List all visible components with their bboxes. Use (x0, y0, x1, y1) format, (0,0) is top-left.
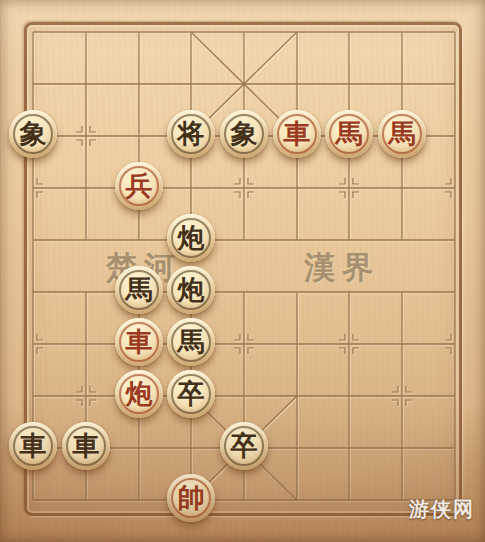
piece-glyph: 象 (9, 110, 57, 158)
piece-glyph: 象 (220, 110, 268, 158)
piece-glyph: 卒 (167, 370, 215, 418)
piece-red-cannon[interactable]: 炮 (115, 370, 163, 418)
piece-black-soldier[interactable]: 卒 (167, 370, 215, 418)
piece-black-elephant[interactable]: 象 (9, 110, 57, 158)
piece-black-horse[interactable]: 馬 (167, 318, 215, 366)
piece-red-general[interactable]: 帥 (167, 474, 215, 522)
piece-red-soldier[interactable]: 兵 (115, 162, 163, 210)
piece-glyph: 馬 (325, 110, 373, 158)
piece-glyph: 車 (9, 422, 57, 470)
piece-glyph: 馬 (167, 318, 215, 366)
piece-glyph: 炮 (167, 214, 215, 262)
piece-glyph: 馬 (378, 110, 426, 158)
piece-glyph: 馬 (115, 266, 163, 314)
piece-glyph: 炮 (167, 266, 215, 314)
piece-glyph: 炮 (115, 370, 163, 418)
piece-glyph: 車 (62, 422, 110, 470)
piece-red-horse[interactable]: 馬 (325, 110, 373, 158)
piece-black-elephant[interactable]: 象 (220, 110, 268, 158)
piece-glyph: 兵 (115, 162, 163, 210)
xiangqi-board-screen: 楚河 漢界 象将象車馬馬兵炮馬炮車馬炮卒車車卒帥 游侠网 (0, 0, 485, 542)
piece-black-chariot[interactable]: 車 (62, 422, 110, 470)
piece-red-chariot[interactable]: 車 (273, 110, 321, 158)
piece-red-horse[interactable]: 馬 (378, 110, 426, 158)
piece-black-cannon[interactable]: 炮 (167, 214, 215, 262)
river-label-han-jie: 漢界 (304, 248, 380, 286)
piece-glyph: 車 (115, 318, 163, 366)
piece-black-cannon[interactable]: 炮 (167, 266, 215, 314)
piece-glyph: 車 (273, 110, 321, 158)
piece-red-chariot[interactable]: 車 (115, 318, 163, 366)
piece-black-general[interactable]: 将 (167, 110, 215, 158)
piece-glyph: 将 (167, 110, 215, 158)
piece-black-chariot[interactable]: 車 (9, 422, 57, 470)
piece-glyph: 帥 (167, 474, 215, 522)
piece-black-horse[interactable]: 馬 (115, 266, 163, 314)
piece-black-soldier[interactable]: 卒 (220, 422, 268, 470)
piece-glyph: 卒 (220, 422, 268, 470)
